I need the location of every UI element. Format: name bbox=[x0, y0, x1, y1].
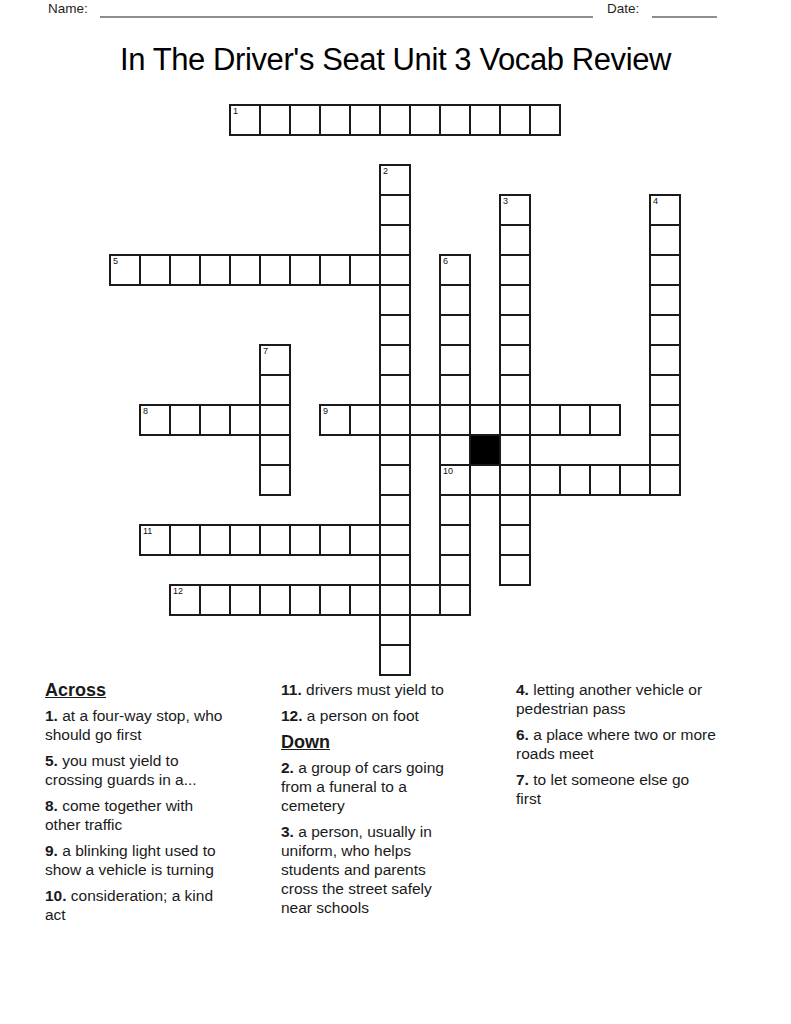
grid-cell-r7c13[interactable] bbox=[499, 314, 531, 346]
grid-cell-r12c9[interactable] bbox=[379, 464, 411, 496]
grid-cell-r7c9[interactable] bbox=[379, 314, 411, 346]
grid-cell-r10c18[interactable] bbox=[649, 404, 681, 436]
grid-cell-r10c4[interactable] bbox=[229, 404, 261, 436]
clue-number-1: 1 bbox=[233, 106, 238, 116]
grid-cell-r13c13[interactable] bbox=[499, 494, 531, 526]
clue-8: 8. come together with other traffic bbox=[45, 796, 223, 834]
grid-cell-r5c2[interactable] bbox=[169, 254, 201, 286]
grid-cell-r0c6[interactable] bbox=[289, 104, 321, 136]
grid-cell-r11c13[interactable] bbox=[499, 434, 531, 466]
clue-number-3: 3 bbox=[503, 196, 508, 206]
grid-cell-r6c11[interactable] bbox=[439, 284, 471, 316]
grid-cell-r0c12[interactable] bbox=[469, 104, 501, 136]
grid-cell-r9c5[interactable] bbox=[259, 374, 291, 406]
clue-number-7: 7 bbox=[263, 346, 268, 356]
crossword-grid: 123456789101112 bbox=[110, 105, 680, 675]
grid-cell-r10c3[interactable] bbox=[199, 404, 231, 436]
grid-cell-r9c9[interactable] bbox=[379, 374, 411, 406]
clue-5: 5. you must yield to crossing guards in … bbox=[45, 751, 223, 789]
clue-column-3: 4. letting another vehicle or pedestrian… bbox=[516, 680, 718, 815]
grid-cell-r14c11[interactable] bbox=[439, 524, 471, 556]
grid-cell-r10c8[interactable] bbox=[349, 404, 381, 436]
grid-cell-r8c5[interactable]: 7 bbox=[259, 344, 291, 376]
grid-cell-r12c12[interactable] bbox=[469, 464, 501, 496]
grid-cell-r10c7[interactable]: 9 bbox=[319, 404, 351, 436]
grid-cell-r10c2[interactable] bbox=[169, 404, 201, 436]
clue-column-1: Across1. at a four-way stop, who should … bbox=[45, 680, 223, 931]
clue-4: 4. letting another vehicle or pedestrian… bbox=[516, 680, 718, 718]
clue-number-4: 4 bbox=[653, 196, 658, 206]
grid-cell-r4c13[interactable] bbox=[499, 224, 531, 256]
grid-cell-r12c15[interactable] bbox=[559, 464, 591, 496]
grid-cell-r5c4[interactable] bbox=[229, 254, 261, 286]
clue-10: 10. consideration; a kind act bbox=[45, 886, 223, 924]
grid-cell-r3c18[interactable]: 4 bbox=[649, 194, 681, 226]
date-label: Date: bbox=[607, 1, 639, 16]
grid-cell-r10c13[interactable] bbox=[499, 404, 531, 436]
grid-cell-r8c18[interactable] bbox=[649, 344, 681, 376]
clue-number-11: 11 bbox=[143, 526, 152, 536]
grid-cell-r11c18[interactable] bbox=[649, 434, 681, 466]
grid-cell-r15c13[interactable] bbox=[499, 554, 531, 586]
grid-cell-r16c10[interactable] bbox=[409, 584, 441, 616]
grid-cell-r6c18[interactable] bbox=[649, 284, 681, 316]
grid-cell-r10c11[interactable] bbox=[439, 404, 471, 436]
grid-cell-r9c11[interactable] bbox=[439, 374, 471, 406]
grid-cell-r12c16[interactable] bbox=[589, 464, 621, 496]
grid-cell-r5c8[interactable] bbox=[349, 254, 381, 286]
clue-6: 6. a place where two or more roads meet bbox=[516, 725, 718, 763]
grid-cell-r8c13[interactable] bbox=[499, 344, 531, 376]
grid-cell-r9c13[interactable] bbox=[499, 374, 531, 406]
grid-cell-r5c18[interactable] bbox=[649, 254, 681, 286]
grid-cell-r10c5[interactable] bbox=[259, 404, 291, 436]
grid-cell-r0c7[interactable] bbox=[319, 104, 351, 136]
grid-cell-r14c5[interactable] bbox=[259, 524, 291, 556]
grid-cell-r16c4[interactable] bbox=[229, 584, 261, 616]
grid-cell-r17c9[interactable] bbox=[379, 614, 411, 646]
grid-cell-r4c18[interactable] bbox=[649, 224, 681, 256]
grid-cell-r16c2[interactable]: 12 bbox=[169, 584, 201, 616]
name-label: Name: bbox=[48, 1, 88, 16]
grid-cell-r14c9[interactable] bbox=[379, 524, 411, 556]
grid-cell-r12c18[interactable] bbox=[649, 464, 681, 496]
grid-cell-r14c8[interactable] bbox=[349, 524, 381, 556]
down-header: Down bbox=[281, 732, 465, 753]
grid-cell-r14c2[interactable] bbox=[169, 524, 201, 556]
grid-cell-r18c9[interactable] bbox=[379, 644, 411, 676]
clue-column-2: 11. drivers must yield to12. a person on… bbox=[281, 680, 465, 924]
grid-cell-r6c13[interactable] bbox=[499, 284, 531, 316]
grid-cell-r5c13[interactable] bbox=[499, 254, 531, 286]
grid-cell-r10c1[interactable]: 8 bbox=[139, 404, 171, 436]
clue-9: 9. a blinking light used to show a vehic… bbox=[45, 841, 223, 879]
grid-cell-r0c5[interactable] bbox=[259, 104, 291, 136]
clue-number-10: 10 bbox=[443, 466, 453, 476]
clue-7: 7. to let someone else go first bbox=[516, 770, 718, 808]
grid-cell-r12c14[interactable] bbox=[529, 464, 561, 496]
grid-cell-r14c3[interactable] bbox=[199, 524, 231, 556]
grid-cell-r9c18[interactable] bbox=[649, 374, 681, 406]
grid-cell-r12c17[interactable] bbox=[619, 464, 651, 496]
grid-cell-r5c3[interactable] bbox=[199, 254, 231, 286]
grid-cell-r3c13[interactable]: 3 bbox=[499, 194, 531, 226]
grid-cell-r12c13[interactable] bbox=[499, 464, 531, 496]
grid-cell-r0c10[interactable] bbox=[409, 104, 441, 136]
grid-cell-r15c11[interactable] bbox=[439, 554, 471, 586]
grid-cell-r16c7[interactable] bbox=[319, 584, 351, 616]
grid-cell-r7c11[interactable] bbox=[439, 314, 471, 346]
clue-number-2: 2 bbox=[383, 166, 388, 176]
grid-cell-r16c5[interactable] bbox=[259, 584, 291, 616]
clue-number-8: 8 bbox=[143, 406, 148, 416]
clue-3: 3. a person, usually in uniform, who hel… bbox=[281, 822, 465, 917]
page-title: In The Driver's Seat Unit 3 Vocab Review bbox=[0, 42, 791, 78]
grid-cell-r11c11[interactable] bbox=[439, 434, 471, 466]
grid-cell-r10c15[interactable] bbox=[559, 404, 591, 436]
grid-cell-r3c9[interactable] bbox=[379, 194, 411, 226]
grid-cell-r10c9[interactable] bbox=[379, 404, 411, 436]
grid-cell-r14c7[interactable] bbox=[319, 524, 351, 556]
grid-cell-r13c11[interactable] bbox=[439, 494, 471, 526]
grid-cell-r5c1[interactable] bbox=[139, 254, 171, 286]
clue-12: 12. a person on foot bbox=[281, 706, 465, 725]
grid-cell-r0c8[interactable] bbox=[349, 104, 381, 136]
grid-cell-r7c18[interactable] bbox=[649, 314, 681, 346]
grid-cell-r14c13[interactable] bbox=[499, 524, 531, 556]
grid-cell-r10c12[interactable] bbox=[469, 404, 501, 436]
grid-cell-r2c9[interactable]: 2 bbox=[379, 164, 411, 196]
grid-cell-r5c0[interactable]: 5 bbox=[109, 254, 141, 286]
name-blank-line[interactable] bbox=[100, 0, 593, 18]
grid-cell-r11c9[interactable] bbox=[379, 434, 411, 466]
grid-cell-r5c7[interactable] bbox=[319, 254, 351, 286]
clue-number-6: 6 bbox=[443, 256, 448, 266]
clue-number-12: 12 bbox=[173, 586, 183, 596]
date-blank-line[interactable] bbox=[652, 0, 717, 18]
clue-number-9: 9 bbox=[323, 406, 328, 416]
grid-cell-r5c9[interactable] bbox=[379, 254, 411, 286]
grid-cell-r5c6[interactable] bbox=[289, 254, 321, 286]
grid-cell-r4c9[interactable] bbox=[379, 224, 411, 256]
grid-cell-r6c9[interactable] bbox=[379, 284, 411, 316]
worksheet-page: Name: Date: In The Driver's Seat Unit 3 … bbox=[0, 0, 791, 1024]
grid-cell-r0c14[interactable] bbox=[529, 104, 561, 136]
grid-cell-r10c10[interactable] bbox=[409, 404, 441, 436]
across-header: Across bbox=[45, 680, 223, 701]
grid-cell-r10c14[interactable] bbox=[529, 404, 561, 436]
grid-cell-r14c6[interactable] bbox=[289, 524, 321, 556]
grid-cell-r16c9[interactable] bbox=[379, 584, 411, 616]
grid-cell-r0c9[interactable] bbox=[379, 104, 411, 136]
grid-cell-r11c5[interactable] bbox=[259, 434, 291, 466]
grid-cell-r16c8[interactable] bbox=[349, 584, 381, 616]
grid-cell-r5c5[interactable] bbox=[259, 254, 291, 286]
grid-cell-r12c5[interactable] bbox=[259, 464, 291, 496]
grid-cell-r0c13[interactable] bbox=[499, 104, 531, 136]
grid-cell-r14c4[interactable] bbox=[229, 524, 261, 556]
grid-cell-r16c11[interactable] bbox=[439, 584, 471, 616]
black-cell bbox=[469, 434, 501, 466]
grid-cell-r8c9[interactable] bbox=[379, 344, 411, 376]
clue-2: 2. a group of cars going from a funeral … bbox=[281, 758, 465, 815]
grid-cell-r0c4[interactable]: 1 bbox=[229, 104, 261, 136]
grid-cell-r13c9[interactable] bbox=[379, 494, 411, 526]
grid-cell-r10c16[interactable] bbox=[589, 404, 621, 436]
clues-section: Across1. at a four-way stop, who should … bbox=[0, 680, 791, 1024]
grid-cell-r8c11[interactable] bbox=[439, 344, 471, 376]
grid-cell-r12c11[interactable]: 10 bbox=[439, 464, 471, 496]
clue-11: 11. drivers must yield to bbox=[281, 680, 465, 699]
grid-cell-r14c1[interactable]: 11 bbox=[139, 524, 171, 556]
grid-cell-r15c9[interactable] bbox=[379, 554, 411, 586]
grid-cell-r5c11[interactable]: 6 bbox=[439, 254, 471, 286]
grid-cell-r16c6[interactable] bbox=[289, 584, 321, 616]
grid-cell-r0c11[interactable] bbox=[439, 104, 471, 136]
clue-number-5: 5 bbox=[113, 256, 118, 266]
grid-cell-r16c3[interactable] bbox=[199, 584, 231, 616]
clue-1: 1. at a four-way stop, who should go fir… bbox=[45, 706, 223, 744]
